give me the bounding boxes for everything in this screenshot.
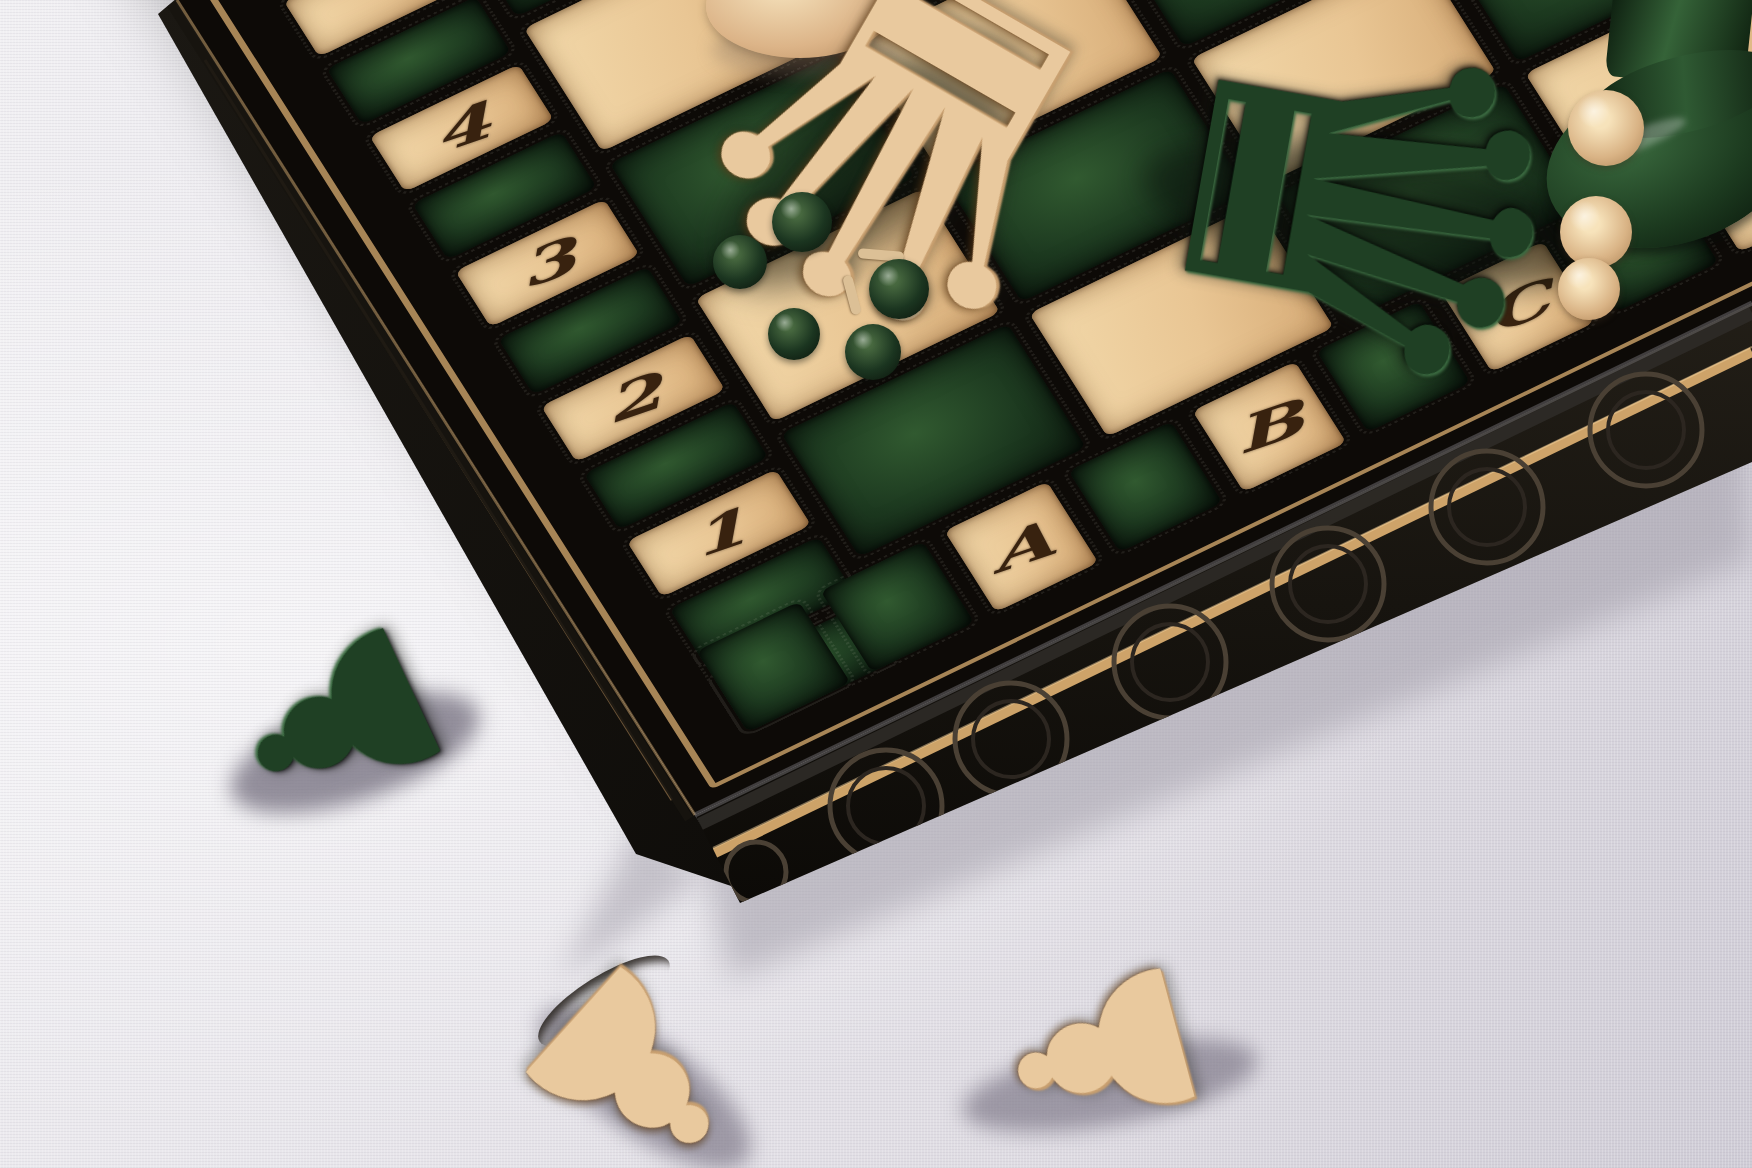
scene: 1234ABC — [0, 0, 1752, 1168]
border-cell — [1069, 422, 1223, 553]
crown-ball-wood — [1568, 90, 1644, 166]
crown-ball-green — [713, 235, 767, 289]
green-queen-glyph: ♛ — [1096, 0, 1621, 448]
crown-ball-green — [772, 192, 832, 252]
crown-ball-green — [845, 324, 901, 380]
crown-ball-green — [869, 259, 929, 319]
white-pawn-right-glyph: ♟ — [968, 926, 1238, 1168]
crown-ball-wood — [1560, 196, 1632, 268]
green-queen[interactable]: ♛ — [1092, 0, 1625, 471]
crown-ball-green — [768, 308, 820, 360]
file-label-A: A — [958, 481, 1085, 612]
crown-ball-wood — [1558, 258, 1620, 320]
